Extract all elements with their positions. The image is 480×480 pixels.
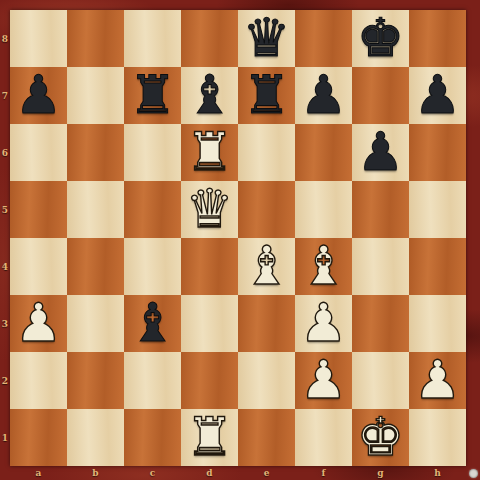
file-label-b: b xyxy=(67,466,124,480)
square-a2[interactable] xyxy=(10,352,67,409)
file-label-c: c xyxy=(124,466,181,480)
square-e1[interactable] xyxy=(238,409,295,466)
square-h1[interactable] xyxy=(409,409,466,466)
square-f5[interactable] xyxy=(295,181,352,238)
square-b3[interactable] xyxy=(67,295,124,352)
white-queen[interactable]: ♛ xyxy=(186,182,234,235)
rank-label-3: 3 xyxy=(0,295,10,352)
square-h6[interactable] xyxy=(409,124,466,181)
rank-label-6: 6 xyxy=(0,124,10,181)
square-a8[interactable] xyxy=(10,10,67,67)
square-c8[interactable] xyxy=(124,10,181,67)
rank-label-2: 2 xyxy=(0,352,10,409)
file-label-h: h xyxy=(409,466,466,480)
square-c4[interactable] xyxy=(124,238,181,295)
square-c5[interactable] xyxy=(124,181,181,238)
black-rook[interactable]: ♜ xyxy=(243,68,291,121)
rank-label-4: 4 xyxy=(0,238,10,295)
black-pawn[interactable]: ♟ xyxy=(357,125,405,178)
chess-app: ♛♚♟♜♝♜♟♟♜♟♛♝♝♟♝♟♟♟♜♚ 87654321abcdefgh xyxy=(0,0,480,480)
square-f2[interactable]: ♟ xyxy=(295,352,352,409)
square-g5[interactable] xyxy=(352,181,409,238)
square-c2[interactable] xyxy=(124,352,181,409)
square-e6[interactable] xyxy=(238,124,295,181)
square-d7[interactable]: ♝ xyxy=(181,67,238,124)
square-d6[interactable]: ♜ xyxy=(181,124,238,181)
square-h5[interactable] xyxy=(409,181,466,238)
white-bishop[interactable]: ♝ xyxy=(243,239,291,292)
square-g8[interactable]: ♚ xyxy=(352,10,409,67)
square-g6[interactable]: ♟ xyxy=(352,124,409,181)
square-f1[interactable] xyxy=(295,409,352,466)
black-pawn[interactable]: ♟ xyxy=(15,68,63,121)
white-pawn[interactable]: ♟ xyxy=(414,353,462,406)
black-pawn[interactable]: ♟ xyxy=(300,68,348,121)
file-label-g: g xyxy=(352,466,409,480)
square-a4[interactable] xyxy=(10,238,67,295)
black-king[interactable]: ♚ xyxy=(357,11,405,64)
square-g3[interactable] xyxy=(352,295,409,352)
square-f6[interactable] xyxy=(295,124,352,181)
white-bishop[interactable]: ♝ xyxy=(300,239,348,292)
square-b4[interactable] xyxy=(67,238,124,295)
square-c1[interactable] xyxy=(124,409,181,466)
square-d8[interactable] xyxy=(181,10,238,67)
square-f3[interactable]: ♟ xyxy=(295,295,352,352)
square-e7[interactable]: ♜ xyxy=(238,67,295,124)
square-e5[interactable] xyxy=(238,181,295,238)
rank-label-1: 1 xyxy=(0,409,10,466)
square-a1[interactable] xyxy=(10,409,67,466)
square-h3[interactable] xyxy=(409,295,466,352)
square-b8[interactable] xyxy=(67,10,124,67)
file-label-e: e xyxy=(238,466,295,480)
white-rook[interactable]: ♜ xyxy=(186,125,234,178)
square-a7[interactable]: ♟ xyxy=(10,67,67,124)
file-label-a: a xyxy=(10,466,67,480)
square-b5[interactable] xyxy=(67,181,124,238)
white-pawn[interactable]: ♟ xyxy=(300,353,348,406)
square-d5[interactable]: ♛ xyxy=(181,181,238,238)
white-pawn[interactable]: ♟ xyxy=(300,296,348,349)
square-a6[interactable] xyxy=(10,124,67,181)
black-bishop[interactable]: ♝ xyxy=(186,68,234,121)
rank-label-7: 7 xyxy=(0,67,10,124)
square-d2[interactable] xyxy=(181,352,238,409)
square-b1[interactable] xyxy=(67,409,124,466)
square-b2[interactable] xyxy=(67,352,124,409)
square-c7[interactable]: ♜ xyxy=(124,67,181,124)
square-b7[interactable] xyxy=(67,67,124,124)
square-e4[interactable]: ♝ xyxy=(238,238,295,295)
rank-label-8: 8 xyxy=(0,10,10,67)
square-d1[interactable]: ♜ xyxy=(181,409,238,466)
square-a3[interactable]: ♟ xyxy=(10,295,67,352)
square-g2[interactable] xyxy=(352,352,409,409)
black-queen[interactable]: ♛ xyxy=(243,11,291,64)
square-c6[interactable] xyxy=(124,124,181,181)
file-label-d: d xyxy=(181,466,238,480)
square-a5[interactable] xyxy=(10,181,67,238)
square-d4[interactable] xyxy=(181,238,238,295)
square-e2[interactable] xyxy=(238,352,295,409)
square-g7[interactable] xyxy=(352,67,409,124)
square-e3[interactable] xyxy=(238,295,295,352)
square-d3[interactable] xyxy=(181,295,238,352)
white-to-move-indicator xyxy=(469,469,478,478)
chess-board: ♛♚♟♜♝♜♟♟♜♟♛♝♝♟♝♟♟♟♜♚ xyxy=(10,10,466,466)
square-h2[interactable]: ♟ xyxy=(409,352,466,409)
white-rook[interactable]: ♜ xyxy=(186,410,234,463)
square-h8[interactable] xyxy=(409,10,466,67)
square-h4[interactable] xyxy=(409,238,466,295)
black-pawn[interactable]: ♟ xyxy=(414,68,462,121)
square-h7[interactable]: ♟ xyxy=(409,67,466,124)
black-bishop[interactable]: ♝ xyxy=(129,296,177,349)
square-f8[interactable] xyxy=(295,10,352,67)
square-b6[interactable] xyxy=(67,124,124,181)
rank-label-5: 5 xyxy=(0,181,10,238)
white-pawn[interactable]: ♟ xyxy=(15,296,63,349)
black-rook[interactable]: ♜ xyxy=(129,68,177,121)
square-e8[interactable]: ♛ xyxy=(238,10,295,67)
file-label-f: f xyxy=(295,466,352,480)
square-g1[interactable]: ♚ xyxy=(352,409,409,466)
square-c3[interactable]: ♝ xyxy=(124,295,181,352)
white-king[interactable]: ♚ xyxy=(357,410,405,463)
square-f7[interactable]: ♟ xyxy=(295,67,352,124)
square-g4[interactable] xyxy=(352,238,409,295)
square-f4[interactable]: ♝ xyxy=(295,238,352,295)
